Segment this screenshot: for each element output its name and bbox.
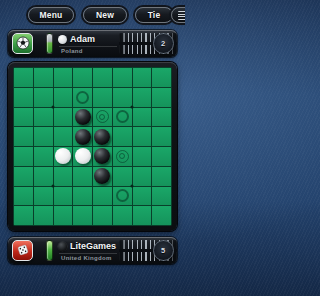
cell-a4[interactable]: [14, 127, 33, 146]
black-disc: [94, 148, 110, 164]
cell-d5[interactable]: [73, 147, 92, 166]
divider: [59, 253, 117, 254]
cell-c2[interactable]: [54, 88, 73, 107]
player-bar-bottom: LiteGames United Kingdom 5: [8, 237, 177, 264]
dice-icon: [16, 243, 30, 257]
black-disc-indicator: [58, 242, 67, 251]
cell-g7[interactable]: [133, 187, 152, 206]
white-disc: [55, 148, 71, 164]
cell-b6[interactable]: [34, 167, 53, 186]
cell-b5[interactable]: [34, 147, 53, 166]
player-name-bottom: LiteGames: [70, 241, 116, 251]
cell-h4[interactable]: [152, 127, 171, 146]
cell-a7[interactable]: [14, 187, 33, 206]
score-badge-bottom: 5: [153, 240, 174, 261]
black-disc: [75, 129, 91, 145]
white-disc-indicator: [58, 35, 67, 44]
cell-h1[interactable]: [152, 68, 171, 87]
cell-f3[interactable]: [113, 108, 132, 127]
divider: [59, 46, 117, 47]
cell-e5[interactable]: [93, 147, 112, 166]
cell-c4[interactable]: [54, 127, 73, 146]
cell-c7[interactable]: [54, 187, 73, 206]
cell-b2[interactable]: [34, 88, 53, 107]
othello-app: { "toolbar": { "buttons": [ { "label": "…: [0, 0, 185, 296]
player-name-top: Adam: [70, 34, 95, 44]
legal-move-hint-inner: [119, 153, 125, 159]
black-disc: [75, 109, 91, 125]
turn-timer-pill-bottom: [46, 240, 53, 261]
cell-f8[interactable]: [113, 206, 132, 225]
cell-h8[interactable]: [152, 206, 171, 225]
cell-f4[interactable]: [113, 127, 132, 146]
cell-e2[interactable]: [93, 88, 112, 107]
cell-g3[interactable]: [133, 108, 152, 127]
star-point: [52, 106, 55, 109]
cell-g8[interactable]: [133, 206, 152, 225]
score-badge-top: 2: [153, 33, 174, 54]
cell-d2[interactable]: [73, 88, 92, 107]
cell-f6[interactable]: [113, 167, 132, 186]
cell-c3[interactable]: [54, 108, 73, 127]
legal-move-hint: [116, 189, 129, 202]
cell-b8[interactable]: [34, 206, 53, 225]
othello-board: [13, 67, 172, 226]
legal-move-hint-inner: [99, 114, 105, 120]
cell-d4[interactable]: [73, 127, 92, 146]
cut-off-button[interactable]: [171, 7, 185, 23]
cell-d7[interactable]: [73, 187, 92, 206]
white-disc: [75, 148, 91, 164]
cell-g4[interactable]: [133, 127, 152, 146]
cell-a5[interactable]: [14, 147, 33, 166]
player-country-top: Poland: [61, 48, 83, 54]
cell-b4[interactable]: [34, 127, 53, 146]
cell-a3[interactable]: [14, 108, 33, 127]
turn-timer-pill-top: [46, 33, 53, 54]
cell-h5[interactable]: [152, 147, 171, 166]
cell-g6[interactable]: [133, 167, 152, 186]
cell-a2[interactable]: [14, 88, 33, 107]
cell-f5[interactable]: [113, 147, 132, 166]
tie-button-label: Tie: [148, 10, 161, 20]
cell-g2[interactable]: [133, 88, 152, 107]
cell-b7[interactable]: [34, 187, 53, 206]
cell-g5[interactable]: [133, 147, 152, 166]
cell-e1[interactable]: [93, 68, 112, 87]
star-point: [131, 185, 134, 188]
black-disc: [94, 168, 110, 184]
soccer-ball-icon: [16, 36, 30, 50]
othello-board-frame: [8, 62, 177, 231]
avatar-bottom[interactable]: [12, 240, 33, 261]
player-country-bottom: United Kingdom: [61, 255, 112, 261]
menu-button[interactable]: Menu: [28, 7, 74, 23]
cell-a6[interactable]: [14, 167, 33, 186]
cell-e8[interactable]: [93, 206, 112, 225]
cell-f2[interactable]: [113, 88, 132, 107]
cell-f1[interactable]: [113, 68, 132, 87]
cell-f7[interactable]: [113, 187, 132, 206]
legal-move-hint: [76, 91, 89, 104]
cell-e7[interactable]: [93, 187, 112, 206]
new-game-button[interactable]: New: [83, 7, 127, 23]
tie-button[interactable]: Tie: [135, 7, 173, 23]
list-lines-icon: [178, 11, 186, 20]
cell-h7[interactable]: [152, 187, 171, 206]
cell-e4[interactable]: [93, 127, 112, 146]
cell-c8[interactable]: [54, 206, 73, 225]
star-point: [131, 106, 134, 109]
cell-d6[interactable]: [73, 167, 92, 186]
cell-h3[interactable]: [152, 108, 171, 127]
cell-a8[interactable]: [14, 206, 33, 225]
new-game-button-label: New: [96, 10, 114, 20]
cell-c1[interactable]: [54, 68, 73, 87]
cell-a1[interactable]: [14, 68, 33, 87]
score-top: 2: [161, 39, 165, 48]
avatar-top[interactable]: [12, 33, 33, 54]
cell-d3[interactable]: [73, 108, 92, 127]
cell-e6[interactable]: [93, 167, 112, 186]
legal-move-hint: [116, 110, 129, 123]
cell-b1[interactable]: [34, 68, 53, 87]
player-bar-top: Adam Poland 2: [8, 30, 177, 57]
cell-h6[interactable]: [152, 167, 171, 186]
cell-e3[interactable]: [93, 108, 112, 127]
score-bottom: 5: [161, 246, 165, 255]
cell-d1[interactable]: [73, 68, 92, 87]
star-point: [52, 185, 55, 188]
black-disc: [94, 129, 110, 145]
cell-g1[interactable]: [133, 68, 152, 87]
legal-move-hint: [96, 110, 109, 123]
cell-c5[interactable]: [54, 147, 73, 166]
cell-d8[interactable]: [73, 206, 92, 225]
menu-button-label: Menu: [40, 10, 63, 20]
cell-b3[interactable]: [34, 108, 53, 127]
cell-c6[interactable]: [54, 167, 73, 186]
cell-h2[interactable]: [152, 88, 171, 107]
legal-move-hint: [116, 150, 129, 163]
